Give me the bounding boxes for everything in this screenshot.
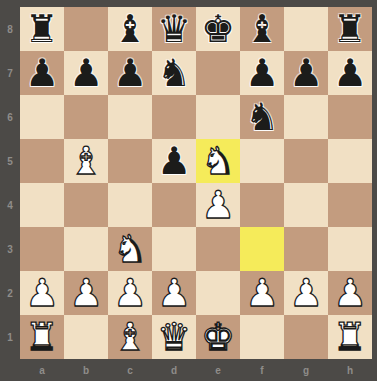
rank-label-7: 7 (0, 51, 20, 95)
square-h5[interactable] (328, 139, 372, 183)
square-g8[interactable] (284, 7, 328, 51)
white-pawn[interactable]: ♟ (333, 271, 367, 315)
white-pawn[interactable]: ♟ (201, 183, 235, 227)
white-knight[interactable]: ♞ (201, 139, 235, 183)
file-label-g: g (284, 359, 328, 381)
black-pawn[interactable]: ♟ (245, 51, 279, 95)
square-b6[interactable] (64, 95, 108, 139)
square-a4[interactable] (20, 183, 64, 227)
rank-label-4: 4 (0, 183, 20, 227)
square-h6[interactable] (328, 95, 372, 139)
square-g6[interactable] (284, 95, 328, 139)
square-h4[interactable] (328, 183, 372, 227)
file-label-e: e (196, 359, 240, 381)
black-queen[interactable]: ♛ (157, 7, 191, 51)
chess-board: ♜♝♛♚♝♜♟♟♟♞♟♟♟♞♝♟♞♟♞♟♟♟♟♟♟♟♜♝♛♚♜ (20, 7, 372, 359)
square-f5[interactable] (240, 139, 284, 183)
white-pawn[interactable]: ♟ (289, 271, 323, 315)
white-bishop[interactable]: ♝ (69, 139, 103, 183)
square-a7[interactable]: ♟ (20, 51, 64, 95)
square-d2[interactable]: ♟ (152, 271, 196, 315)
square-f2[interactable]: ♟ (240, 271, 284, 315)
black-knight[interactable]: ♞ (157, 51, 191, 95)
square-b8[interactable] (64, 7, 108, 51)
file-label-h: h (328, 359, 372, 381)
black-bishop[interactable]: ♝ (245, 7, 279, 51)
black-pawn[interactable]: ♟ (157, 139, 191, 183)
square-e4[interactable]: ♟ (196, 183, 240, 227)
square-d1[interactable]: ♛ (152, 315, 196, 359)
square-e5[interactable]: ♞ (196, 139, 240, 183)
square-g5[interactable] (284, 139, 328, 183)
square-a6[interactable] (20, 95, 64, 139)
square-b4[interactable] (64, 183, 108, 227)
black-knight[interactable]: ♞ (245, 95, 279, 139)
square-f3[interactable] (240, 227, 284, 271)
square-e8[interactable]: ♚ (196, 7, 240, 51)
white-king[interactable]: ♚ (201, 315, 235, 359)
square-c1[interactable]: ♝ (108, 315, 152, 359)
rank-label-5: 5 (0, 139, 20, 183)
square-g3[interactable] (284, 227, 328, 271)
file-label-d: d (152, 359, 196, 381)
square-h8[interactable]: ♜ (328, 7, 372, 51)
white-bishop[interactable]: ♝ (113, 315, 147, 359)
white-pawn[interactable]: ♟ (157, 271, 191, 315)
file-label-b: b (64, 359, 108, 381)
white-pawn[interactable]: ♟ (113, 271, 147, 315)
black-king[interactable]: ♚ (201, 7, 235, 51)
square-c4[interactable] (108, 183, 152, 227)
rank-label-3: 3 (0, 227, 20, 271)
square-d4[interactable] (152, 183, 196, 227)
square-a2[interactable]: ♟ (20, 271, 64, 315)
square-e2[interactable] (196, 271, 240, 315)
black-pawn[interactable]: ♟ (289, 51, 323, 95)
black-pawn[interactable]: ♟ (333, 51, 367, 95)
square-c2[interactable]: ♟ (108, 271, 152, 315)
square-b2[interactable]: ♟ (64, 271, 108, 315)
square-e3[interactable] (196, 227, 240, 271)
rank-label-6: 6 (0, 95, 20, 139)
square-b5[interactable]: ♝ (64, 139, 108, 183)
white-pawn[interactable]: ♟ (25, 271, 59, 315)
square-g1[interactable] (284, 315, 328, 359)
black-rook[interactable]: ♜ (333, 7, 367, 51)
white-pawn[interactable]: ♟ (69, 271, 103, 315)
square-c8[interactable]: ♝ (108, 7, 152, 51)
white-rook[interactable]: ♜ (25, 315, 59, 359)
square-e1[interactable]: ♚ (196, 315, 240, 359)
square-h7[interactable]: ♟ (328, 51, 372, 95)
square-f8[interactable]: ♝ (240, 7, 284, 51)
white-pawn[interactable]: ♟ (245, 271, 279, 315)
square-h1[interactable]: ♜ (328, 315, 372, 359)
square-d6[interactable] (152, 95, 196, 139)
black-rook[interactable]: ♜ (25, 7, 59, 51)
file-label-f: f (240, 359, 284, 381)
square-b7[interactable]: ♟ (64, 51, 108, 95)
square-f1[interactable] (240, 315, 284, 359)
square-h3[interactable] (328, 227, 372, 271)
white-rook[interactable]: ♜ (333, 315, 367, 359)
white-queen[interactable]: ♛ (157, 315, 191, 359)
square-h2[interactable]: ♟ (328, 271, 372, 315)
black-pawn[interactable]: ♟ (25, 51, 59, 95)
square-c3[interactable]: ♞ (108, 227, 152, 271)
square-b1[interactable] (64, 315, 108, 359)
square-d8[interactable]: ♛ (152, 7, 196, 51)
square-g4[interactable] (284, 183, 328, 227)
rank-label-8: 8 (0, 7, 20, 51)
square-a5[interactable] (20, 139, 64, 183)
rank-label-2: 2 (0, 271, 20, 315)
square-f7[interactable]: ♟ (240, 51, 284, 95)
black-bishop[interactable]: ♝ (113, 7, 147, 51)
square-f6[interactable]: ♞ (240, 95, 284, 139)
square-a8[interactable]: ♜ (20, 7, 64, 51)
square-c7[interactable]: ♟ (108, 51, 152, 95)
square-d7[interactable]: ♞ (152, 51, 196, 95)
rank-label-1: 1 (0, 315, 20, 359)
black-pawn[interactable]: ♟ (69, 51, 103, 95)
white-knight[interactable]: ♞ (113, 227, 147, 271)
square-c5[interactable] (108, 139, 152, 183)
square-e7[interactable] (196, 51, 240, 95)
file-label-c: c (108, 359, 152, 381)
square-a1[interactable]: ♜ (20, 315, 64, 359)
square-f4[interactable] (240, 183, 284, 227)
black-pawn[interactable]: ♟ (113, 51, 147, 95)
square-d5[interactable]: ♟ (152, 139, 196, 183)
square-e6[interactable] (196, 95, 240, 139)
chess-app: ♜♝♛♚♝♜♟♟♟♞♟♟♟♞♝♟♞♟♞♟♟♟♟♟♟♟♜♝♛♚♜ 87654321… (0, 0, 377, 381)
square-a3[interactable] (20, 227, 64, 271)
file-label-a: a (20, 359, 64, 381)
square-b3[interactable] (64, 227, 108, 271)
square-d3[interactable] (152, 227, 196, 271)
square-g2[interactable]: ♟ (284, 271, 328, 315)
square-g7[interactable]: ♟ (284, 51, 328, 95)
square-c6[interactable] (108, 95, 152, 139)
